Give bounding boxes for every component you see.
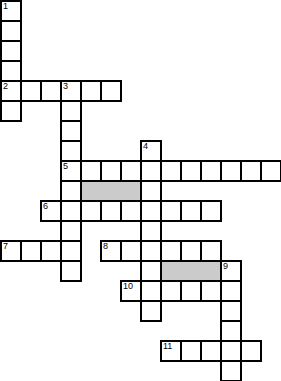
cell-r9c7[interactable] [140, 180, 162, 202]
cell-r13c11[interactable]: 9 [220, 260, 242, 282]
cell-r18c11[interactable] [220, 360, 242, 381]
cell-r8c11[interactable] [220, 160, 242, 182]
cell-r10c9[interactable] [180, 200, 202, 222]
shaded-cell-r9c4 [80, 180, 102, 202]
cell-r11c7[interactable] [140, 220, 162, 242]
cell-r6c3[interactable] [60, 120, 82, 142]
cell-r8c9[interactable] [180, 160, 202, 182]
cell-r17c9[interactable] [180, 340, 202, 362]
cell-r4c3[interactable]: 3 [60, 80, 82, 102]
cell-r12c5[interactable]: 8 [100, 240, 122, 262]
cell-r10c3[interactable] [60, 200, 82, 222]
cell-r14c7[interactable] [140, 280, 162, 302]
cell-r14c10[interactable] [200, 280, 222, 302]
cell-r3c0[interactable] [0, 60, 22, 82]
cell-r12c10[interactable] [200, 240, 222, 262]
cell-r0c0[interactable]: 1 [0, 0, 22, 22]
cell-r7c3[interactable] [60, 140, 82, 162]
clue-number-2: 2 [3, 82, 8, 91]
clue-number-4: 4 [143, 142, 148, 151]
cell-r13c7[interactable] [140, 260, 162, 282]
cell-r12c9[interactable] [180, 240, 202, 262]
cell-r8c6[interactable] [120, 160, 142, 182]
cell-r5c0[interactable] [0, 100, 22, 122]
cell-r14c8[interactable] [160, 280, 182, 302]
clue-number-1: 1 [3, 2, 8, 11]
cell-r7c7[interactable]: 4 [140, 140, 162, 162]
cell-r12c7[interactable] [140, 240, 162, 262]
cell-r10c6[interactable] [120, 200, 142, 222]
shaded-cell-r13c8 [160, 260, 182, 282]
cell-r10c2[interactable]: 6 [40, 200, 62, 222]
shaded-cell-r13c10 [200, 260, 222, 282]
cell-r4c4[interactable] [80, 80, 102, 102]
cell-r4c5[interactable] [100, 80, 122, 102]
cell-r1c0[interactable] [0, 20, 22, 42]
shaded-cell-r13c9 [180, 260, 202, 282]
cell-r8c4[interactable] [80, 160, 102, 182]
cell-r10c8[interactable] [160, 200, 182, 222]
clue-number-6: 6 [43, 202, 48, 211]
cell-r17c8[interactable]: 11 [160, 340, 182, 362]
cell-r4c1[interactable] [20, 80, 42, 102]
shaded-cell-r9c6 [120, 180, 142, 202]
cell-r12c6[interactable] [120, 240, 142, 262]
cell-r8c8[interactable] [160, 160, 182, 182]
cell-r4c0[interactable]: 2 [0, 80, 22, 102]
cell-r15c7[interactable] [140, 300, 162, 322]
cell-r4c2[interactable] [40, 80, 62, 102]
shaded-cell-r9c5 [100, 180, 122, 202]
cell-r14c9[interactable] [180, 280, 202, 302]
cell-r12c2[interactable] [40, 240, 62, 262]
cell-r10c4[interactable] [80, 200, 102, 222]
clue-number-3: 3 [63, 82, 68, 91]
cell-r16c11[interactable] [220, 320, 242, 342]
cell-r13c3[interactable] [60, 260, 82, 282]
cell-r5c3[interactable] [60, 100, 82, 122]
cell-r9c3[interactable] [60, 180, 82, 202]
cell-r14c11[interactable] [220, 280, 242, 302]
cell-r12c8[interactable] [160, 240, 182, 262]
cell-r8c5[interactable] [100, 160, 122, 182]
cell-r15c11[interactable] [220, 300, 242, 322]
cell-r12c1[interactable] [20, 240, 42, 262]
cell-r10c5[interactable] [100, 200, 122, 222]
cell-r8c7[interactable] [140, 160, 162, 182]
cell-r8c10[interactable] [200, 160, 222, 182]
crossword-grid: 1234567891011 [1, 1, 281, 381]
cell-r17c12[interactable] [240, 340, 262, 362]
cell-r12c3[interactable] [60, 240, 82, 262]
cell-r10c10[interactable] [200, 200, 222, 222]
cell-r2c0[interactable] [0, 40, 22, 62]
clue-number-5: 5 [63, 162, 68, 171]
cell-r12c0[interactable]: 7 [0, 240, 22, 262]
cell-r11c3[interactable] [60, 220, 82, 242]
clue-number-8: 8 [103, 242, 108, 251]
clue-number-9: 9 [223, 262, 228, 271]
cell-r8c3[interactable]: 5 [60, 160, 82, 182]
cell-r8c13[interactable] [260, 160, 281, 182]
clue-number-7: 7 [3, 242, 8, 251]
cell-r14c6[interactable]: 10 [120, 280, 142, 302]
cell-r10c7[interactable] [140, 200, 162, 222]
cell-r8c12[interactable] [240, 160, 262, 182]
cell-r17c11[interactable] [220, 340, 242, 362]
clue-number-11: 11 [163, 342, 172, 351]
cell-r17c10[interactable] [200, 340, 222, 362]
clue-number-10: 10 [123, 282, 133, 291]
